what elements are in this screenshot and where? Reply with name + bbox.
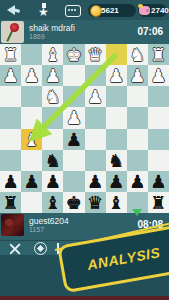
- square[interactable]: [127, 150, 148, 171]
- black-pawn[interactable]: ♟: [21, 171, 42, 192]
- square[interactable]: ♟: [63, 129, 84, 150]
- square[interactable]: [63, 86, 84, 107]
- analysis-label: ANALYSIS: [86, 244, 161, 273]
- black-bishop[interactable]: ♝: [42, 192, 63, 213]
- black-pawn[interactable]: ♟: [85, 171, 106, 192]
- square[interactable]: [42, 107, 63, 128]
- square[interactable]: ♟: [85, 86, 106, 107]
- black-pawn[interactable]: ♟: [106, 171, 127, 192]
- square[interactable]: ♟: [42, 65, 63, 86]
- white-pawn[interactable]: ♟: [42, 65, 63, 86]
- square[interactable]: ♝: [106, 192, 127, 213]
- opponent-clock: 07:06: [137, 26, 163, 37]
- white-knight[interactable]: ♞: [42, 86, 63, 107]
- white-knight[interactable]: ♞: [127, 44, 148, 65]
- square[interactable]: [21, 107, 42, 128]
- square[interactable]: ♛: [85, 192, 106, 213]
- square[interactable]: [148, 86, 169, 107]
- chat-icon[interactable]: [65, 5, 81, 17]
- piggybank-balance[interactable]: 2740: [138, 4, 167, 17]
- coin-icon: [90, 5, 102, 17]
- square[interactable]: [63, 65, 84, 86]
- square[interactable]: [148, 150, 169, 171]
- white-bishop[interactable]: ♝: [42, 44, 63, 65]
- white-pawn[interactable]: ♟: [21, 65, 42, 86]
- black-rook[interactable]: ♜: [148, 192, 169, 213]
- square[interactable]: [63, 150, 84, 171]
- square[interactable]: ♟: [106, 171, 127, 192]
- white-pawn[interactable]: ♟: [63, 107, 84, 128]
- square[interactable]: ♚: [63, 192, 84, 213]
- piggybank-icon: [139, 6, 150, 15]
- square[interactable]: ♟: [85, 171, 106, 192]
- bottom-strip: [0, 296, 169, 300]
- square[interactable]: [0, 107, 21, 128]
- square[interactable]: [21, 150, 42, 171]
- crossed-swords-icon[interactable]: [8, 242, 21, 255]
- black-pawn[interactable]: ♟: [127, 171, 148, 192]
- square[interactable]: [85, 129, 106, 150]
- black-king[interactable]: ♚: [63, 192, 84, 213]
- white-rook[interactable]: ♜: [0, 44, 21, 65]
- square[interactable]: [106, 129, 127, 150]
- square[interactable]: [106, 44, 127, 65]
- square[interactable]: ♞: [42, 86, 63, 107]
- black-pawn[interactable]: ♟: [63, 129, 84, 150]
- square[interactable]: ♟: [21, 171, 42, 192]
- white-rook[interactable]: ♜: [148, 44, 169, 65]
- square[interactable]: [148, 129, 169, 150]
- square[interactable]: ♟: [127, 65, 148, 86]
- square[interactable]: ♜: [0, 44, 21, 65]
- chess-board[interactable]: ♜♝♚♛♞♜♟♟♟♟♟♟♞♟♟♝♟♞♞♟♟♟♟♟♟♟♜♝♚♛♝♜: [0, 44, 169, 213]
- square[interactable]: ♟: [0, 65, 21, 86]
- square[interactable]: [42, 129, 63, 150]
- square[interactable]: ♟: [148, 171, 169, 192]
- square[interactable]: ♟: [127, 171, 148, 192]
- square[interactable]: [21, 44, 42, 65]
- square[interactable]: ♟: [148, 65, 169, 86]
- white-pawn[interactable]: ♟: [127, 65, 148, 86]
- square[interactable]: ♟: [106, 65, 127, 86]
- square[interactable]: [21, 86, 42, 107]
- turn-indicator: [132, 209, 142, 216]
- black-queen[interactable]: ♛: [85, 192, 106, 213]
- square[interactable]: [106, 86, 127, 107]
- square[interactable]: [85, 150, 106, 171]
- white-queen[interactable]: ♛: [85, 44, 106, 65]
- black-knight[interactable]: ♞: [42, 150, 63, 171]
- black-knight[interactable]: ♞: [106, 150, 127, 171]
- square[interactable]: [127, 86, 148, 107]
- medal-icon[interactable]: ★: [38, 2, 50, 18]
- black-pawn[interactable]: ♟: [148, 171, 169, 192]
- square[interactable]: [127, 107, 148, 128]
- square[interactable]: ♟: [63, 107, 84, 128]
- white-pawn[interactable]: ♟: [85, 86, 106, 107]
- black-bishop[interactable]: ♝: [106, 192, 127, 213]
- player-avatar[interactable]: [1, 214, 24, 236]
- opponent-rating: 1869: [29, 33, 45, 40]
- square[interactable]: ♟: [0, 171, 21, 192]
- square[interactable]: [0, 150, 21, 171]
- square[interactable]: ♚: [63, 44, 84, 65]
- top-bar: ★ 5621 2740: [0, 0, 169, 20]
- player-rating: 1157: [29, 226, 44, 233]
- black-pawn[interactable]: ♟: [42, 171, 63, 192]
- opponent-avatar[interactable]: [1, 21, 24, 43]
- square[interactable]: ♛: [85, 44, 106, 65]
- white-pawn[interactable]: ♟: [148, 65, 169, 86]
- chess-app-screen: ★ 5621 2740 shaik mdrafi 1869 07:06 ♜♝♚♛…: [0, 0, 169, 300]
- square[interactable]: ♜: [148, 192, 169, 213]
- square[interactable]: ♝: [42, 44, 63, 65]
- white-bishop[interactable]: ♝: [21, 129, 42, 150]
- square[interactable]: ♜: [0, 192, 21, 213]
- square[interactable]: [148, 107, 169, 128]
- white-king[interactable]: ♚: [63, 44, 84, 65]
- square[interactable]: [0, 129, 21, 150]
- opponent-name: shaik mdrafi: [29, 23, 75, 33]
- square[interactable]: [0, 86, 21, 107]
- square[interactable]: ♜: [148, 44, 169, 65]
- player-name: guest6204: [29, 216, 69, 226]
- square[interactable]: ♞: [106, 150, 127, 171]
- square[interactable]: ♟: [42, 171, 63, 192]
- square[interactable]: ♟: [21, 65, 42, 86]
- square[interactable]: ♝: [21, 129, 42, 150]
- black-pawn[interactable]: ♟: [0, 171, 21, 192]
- square[interactable]: ♞: [127, 44, 148, 65]
- white-pawn[interactable]: ♟: [0, 65, 21, 86]
- square[interactable]: [85, 107, 106, 128]
- square[interactable]: [63, 171, 84, 192]
- coins-balance[interactable]: 5621: [88, 4, 136, 17]
- circle-diamond-icon[interactable]: [34, 242, 47, 255]
- white-pawn[interactable]: ♟: [106, 65, 127, 86]
- square[interactable]: ♞: [42, 150, 63, 171]
- black-rook[interactable]: ♜: [0, 192, 21, 213]
- piggybank-value: 2740: [151, 4, 169, 17]
- square[interactable]: ♝: [42, 192, 63, 213]
- square[interactable]: [127, 129, 148, 150]
- coins-value: 5621: [101, 4, 119, 17]
- square[interactable]: [21, 192, 42, 213]
- back-icon[interactable]: [7, 5, 21, 15]
- square[interactable]: [106, 107, 127, 128]
- square[interactable]: [85, 65, 106, 86]
- opponent-bar: shaik mdrafi 1869 07:06: [0, 20, 169, 44]
